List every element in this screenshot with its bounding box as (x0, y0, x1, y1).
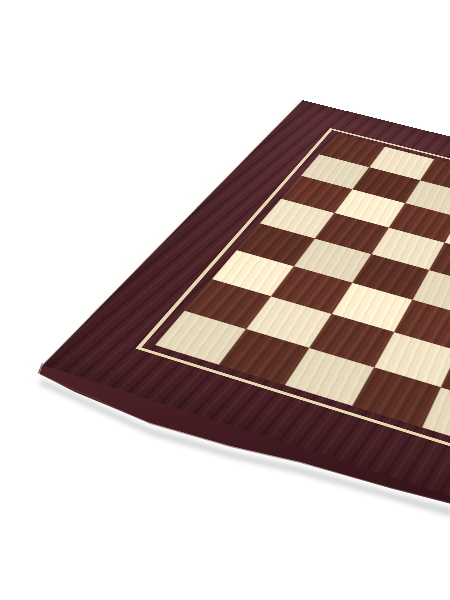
chess-board (42, 100, 450, 600)
board-photo-stage (0, 0, 450, 600)
corner-bevel-highlight (39, 365, 42, 374)
playing-field (155, 134, 450, 520)
